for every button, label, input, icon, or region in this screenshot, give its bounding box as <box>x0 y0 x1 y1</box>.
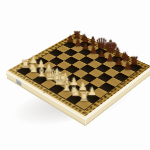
piece-black-pawn[interactable]: ♟ <box>122 61 133 72</box>
chess-board: ♜♞♝♛♚♝♞♜♟♟♟♟♟♟♟♟♟♟♟♟♟♟♟♟♜♞♝♛♚♝♞♜ <box>6 33 150 119</box>
piece-white-rook[interactable]: ♜ <box>78 91 90 105</box>
photo-backdrop: ♜♞♝♛♚♝♞♜♟♟♟♟♟♟♟♟♟♟♟♟♟♟♟♟♜♞♝♛♚♝♞♜ <box>0 0 150 150</box>
scene: ♜♞♝♛♚♝♞♜♟♟♟♟♟♟♟♟♟♟♟♟♟♟♟♟♜♞♝♛♚♝♞♜ <box>0 0 150 150</box>
metal-clasp <box>16 78 21 85</box>
